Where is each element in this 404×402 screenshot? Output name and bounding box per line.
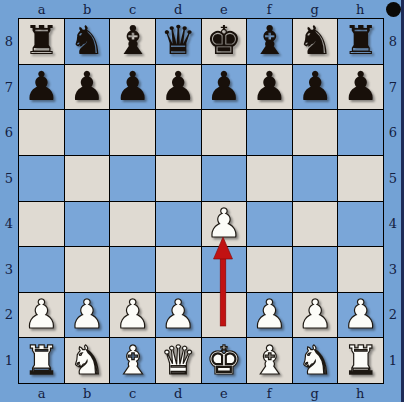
square-c6[interactable] bbox=[110, 110, 155, 155]
square-g7[interactable]: ♟ bbox=[293, 65, 338, 110]
rank-label-1: 1 bbox=[389, 338, 397, 384]
square-h1[interactable]: ♜ bbox=[338, 338, 383, 383]
file-label-g: g bbox=[292, 2, 338, 17]
square-h4[interactable] bbox=[338, 202, 383, 247]
square-a6[interactable] bbox=[19, 110, 64, 155]
piece-white-pawn-f2: ♟ bbox=[252, 294, 288, 334]
rank-label-1: 1 bbox=[5, 338, 13, 384]
piece-white-knight-b1: ♞ bbox=[69, 340, 105, 380]
square-f5[interactable] bbox=[247, 156, 292, 201]
piece-black-rook-h8: ♜ bbox=[343, 20, 379, 60]
square-c4[interactable] bbox=[110, 202, 155, 247]
square-b4[interactable] bbox=[65, 202, 110, 247]
piece-white-pawn-b2: ♟ bbox=[69, 294, 105, 334]
square-c3[interactable] bbox=[110, 247, 155, 292]
piece-white-pawn-e4: ♟ bbox=[206, 203, 242, 243]
piece-white-pawn-a2: ♟ bbox=[23, 294, 59, 334]
file-label-d: d bbox=[156, 2, 202, 17]
file-label-e: e bbox=[201, 386, 247, 401]
square-e1[interactable]: ♚ bbox=[202, 338, 247, 383]
square-f6[interactable] bbox=[247, 110, 292, 155]
piece-black-bishop-f8: ♝ bbox=[252, 20, 288, 60]
file-label-f: f bbox=[247, 386, 293, 401]
file-label-d: d bbox=[156, 386, 202, 401]
piece-black-pawn-g7: ♟ bbox=[297, 66, 333, 106]
rank-labels-left: 87654321 bbox=[0, 19, 18, 383]
file-label-h: h bbox=[338, 386, 384, 401]
square-b5[interactable] bbox=[65, 156, 110, 201]
square-f8[interactable]: ♝ bbox=[247, 19, 292, 64]
square-e4[interactable]: ♟ bbox=[202, 202, 247, 247]
piece-white-king-e1: ♚ bbox=[206, 340, 242, 380]
piece-black-pawn-h7: ♟ bbox=[343, 66, 379, 106]
rank-label-6: 6 bbox=[5, 110, 13, 156]
piece-black-bishop-c8: ♝ bbox=[115, 20, 151, 60]
square-a8[interactable]: ♜ bbox=[19, 19, 64, 64]
file-label-b: b bbox=[65, 386, 111, 401]
file-label-c: c bbox=[110, 2, 156, 17]
piece-black-pawn-f7: ♟ bbox=[252, 66, 288, 106]
square-e7[interactable]: ♟ bbox=[202, 65, 247, 110]
square-f2[interactable]: ♟ bbox=[247, 293, 292, 338]
square-a1[interactable]: ♜ bbox=[19, 338, 64, 383]
piece-black-queen-d8: ♛ bbox=[160, 20, 196, 60]
piece-black-knight-g8: ♞ bbox=[297, 20, 333, 60]
piece-black-pawn-b7: ♟ bbox=[69, 66, 105, 106]
piece-black-knight-b8: ♞ bbox=[69, 20, 105, 60]
square-d6[interactable] bbox=[156, 110, 201, 155]
square-h6[interactable] bbox=[338, 110, 383, 155]
rank-label-4: 4 bbox=[5, 201, 13, 247]
file-label-a: a bbox=[19, 386, 65, 401]
board: ♜♞♝♛♚♝♞♜♟♟♟♟♟♟♟♟♟♟♟♟♟♟♟♟♜♞♝♛♚♝♞♜ bbox=[18, 18, 384, 384]
piece-white-pawn-g2: ♟ bbox=[297, 294, 333, 334]
piece-white-rook-a1: ♜ bbox=[23, 340, 59, 380]
piece-white-rook-h1: ♜ bbox=[343, 340, 379, 380]
piece-white-pawn-c2: ♟ bbox=[115, 294, 151, 334]
rank-label-4: 4 bbox=[389, 201, 397, 247]
square-c2[interactable]: ♟ bbox=[110, 293, 155, 338]
square-g1[interactable]: ♞ bbox=[293, 338, 338, 383]
square-a5[interactable] bbox=[19, 156, 64, 201]
square-a7[interactable]: ♟ bbox=[19, 65, 64, 110]
piece-white-knight-g1: ♞ bbox=[297, 340, 333, 380]
file-label-f: f bbox=[247, 2, 293, 17]
file-label-b: b bbox=[65, 2, 111, 17]
square-h5[interactable] bbox=[338, 156, 383, 201]
square-a3[interactable] bbox=[19, 247, 64, 292]
rank-label-5: 5 bbox=[389, 156, 397, 202]
file-label-a: a bbox=[19, 2, 65, 17]
square-b8[interactable]: ♞ bbox=[65, 19, 110, 64]
square-c7[interactable]: ♟ bbox=[110, 65, 155, 110]
square-h2[interactable]: ♟ bbox=[338, 293, 383, 338]
rank-label-8: 8 bbox=[5, 19, 13, 65]
square-g2[interactable]: ♟ bbox=[293, 293, 338, 338]
square-g3[interactable] bbox=[293, 247, 338, 292]
rank-labels-right: 87654321 bbox=[384, 19, 402, 383]
piece-black-pawn-c7: ♟ bbox=[115, 66, 151, 106]
piece-white-bishop-f1: ♝ bbox=[252, 340, 288, 380]
square-b1[interactable]: ♞ bbox=[65, 338, 110, 383]
chess-board-window: abcdefgh 87654321 87654321 abcdefgh ♜♞♝♛… bbox=[0, 0, 404, 402]
square-f7[interactable]: ♟ bbox=[247, 65, 292, 110]
rank-label-2: 2 bbox=[389, 292, 397, 338]
square-b3[interactable] bbox=[65, 247, 110, 292]
square-d3[interactable] bbox=[156, 247, 201, 292]
square-g5[interactable] bbox=[293, 156, 338, 201]
rank-label-2: 2 bbox=[5, 292, 13, 338]
square-h3[interactable] bbox=[338, 247, 383, 292]
square-d1[interactable]: ♛ bbox=[156, 338, 201, 383]
square-e2[interactable] bbox=[202, 293, 247, 338]
rank-label-3: 3 bbox=[5, 247, 13, 293]
square-d5[interactable] bbox=[156, 156, 201, 201]
square-e3[interactable] bbox=[202, 247, 247, 292]
rank-label-3: 3 bbox=[389, 247, 397, 293]
square-c1[interactable]: ♝ bbox=[110, 338, 155, 383]
square-b2[interactable]: ♟ bbox=[65, 293, 110, 338]
rank-label-6: 6 bbox=[389, 110, 397, 156]
square-d7[interactable]: ♟ bbox=[156, 65, 201, 110]
square-d2[interactable]: ♟ bbox=[156, 293, 201, 338]
square-d8[interactable]: ♛ bbox=[156, 19, 201, 64]
piece-black-pawn-a7: ♟ bbox=[23, 66, 59, 106]
square-g4[interactable] bbox=[293, 202, 338, 247]
file-labels-top: abcdefgh bbox=[19, 0, 383, 18]
file-labels-bottom: abcdefgh bbox=[19, 384, 383, 402]
square-b6[interactable] bbox=[65, 110, 110, 155]
rank-label-7: 7 bbox=[389, 65, 397, 111]
square-c8[interactable]: ♝ bbox=[110, 19, 155, 64]
square-e8[interactable]: ♚ bbox=[202, 19, 247, 64]
piece-white-pawn-h2: ♟ bbox=[343, 294, 379, 334]
square-h7[interactable]: ♟ bbox=[338, 65, 383, 110]
rank-label-7: 7 bbox=[5, 65, 13, 111]
piece-black-pawn-d7: ♟ bbox=[160, 66, 196, 106]
square-g8[interactable]: ♞ bbox=[293, 19, 338, 64]
square-d4[interactable] bbox=[156, 202, 201, 247]
black-to-move-indicator-icon bbox=[386, 2, 401, 17]
file-label-h: h bbox=[338, 2, 384, 17]
square-e6[interactable] bbox=[202, 110, 247, 155]
piece-white-queen-d1: ♛ bbox=[160, 340, 196, 380]
piece-black-pawn-e7: ♟ bbox=[206, 66, 242, 106]
piece-white-bishop-c1: ♝ bbox=[115, 340, 151, 380]
piece-white-pawn-d2: ♟ bbox=[160, 294, 196, 334]
square-b7[interactable]: ♟ bbox=[65, 65, 110, 110]
square-a2[interactable]: ♟ bbox=[19, 293, 64, 338]
square-a4[interactable] bbox=[19, 202, 64, 247]
file-label-c: c bbox=[110, 386, 156, 401]
square-f1[interactable]: ♝ bbox=[247, 338, 292, 383]
file-label-g: g bbox=[292, 386, 338, 401]
square-f4[interactable] bbox=[247, 202, 292, 247]
square-h8[interactable]: ♜ bbox=[338, 19, 383, 64]
square-g6[interactable] bbox=[293, 110, 338, 155]
square-c5[interactable] bbox=[110, 156, 155, 201]
rank-label-5: 5 bbox=[5, 156, 13, 202]
piece-black-king-e8: ♚ bbox=[206, 20, 242, 60]
file-label-e: e bbox=[201, 2, 247, 17]
piece-black-rook-a8: ♜ bbox=[23, 20, 59, 60]
rank-label-8: 8 bbox=[389, 19, 397, 65]
square-e5[interactable] bbox=[202, 156, 247, 201]
square-f3[interactable] bbox=[247, 247, 292, 292]
